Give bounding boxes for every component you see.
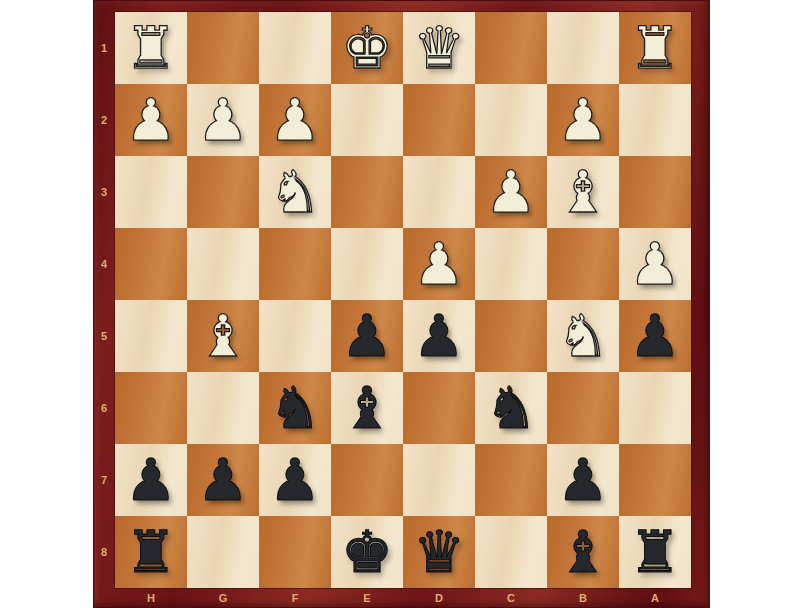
black-pawn[interactable]: ♟	[125, 451, 177, 509]
square-g1[interactable]	[187, 12, 259, 84]
file-label-e: E	[331, 588, 403, 608]
square-d3[interactable]	[403, 156, 475, 228]
square-d8[interactable]: ♛	[403, 516, 475, 588]
white-rook[interactable]: ♜	[629, 19, 681, 77]
square-f5[interactable]	[259, 300, 331, 372]
square-g3[interactable]	[187, 156, 259, 228]
black-queen[interactable]: ♛	[413, 523, 465, 581]
black-bishop[interactable]: ♝	[341, 379, 393, 437]
black-pawn[interactable]: ♟	[197, 451, 249, 509]
rank-label-3: 3	[93, 156, 115, 228]
square-c3[interactable]: ♟	[475, 156, 547, 228]
white-bishop[interactable]: ♝	[557, 163, 609, 221]
chess-board-frame: ♜♚♛♜♟♟♟♟♞♟♝♟♟♝♟♟♞♟♞♝♞♟♟♟♟♜♚♛♝♜ 12345678H…	[93, 0, 710, 608]
square-g8[interactable]	[187, 516, 259, 588]
square-a1[interactable]: ♜	[619, 12, 691, 84]
square-h3[interactable]	[115, 156, 187, 228]
square-f2[interactable]: ♟	[259, 84, 331, 156]
square-a5[interactable]: ♟	[619, 300, 691, 372]
square-f6[interactable]: ♞	[259, 372, 331, 444]
square-e6[interactable]: ♝	[331, 372, 403, 444]
square-a4[interactable]: ♟	[619, 228, 691, 300]
rank-label-5: 5	[93, 300, 115, 372]
rank-label-1: 1	[93, 12, 115, 84]
white-pawn[interactable]: ♟	[629, 235, 681, 293]
square-h7[interactable]: ♟	[115, 444, 187, 516]
square-c2[interactable]	[475, 84, 547, 156]
file-label-a: A	[619, 588, 691, 608]
square-a8[interactable]: ♜	[619, 516, 691, 588]
square-d1[interactable]: ♛	[403, 12, 475, 84]
square-h8[interactable]: ♜	[115, 516, 187, 588]
square-d7[interactable]	[403, 444, 475, 516]
square-b4[interactable]	[547, 228, 619, 300]
page-background: ♜♚♛♜♟♟♟♟♞♟♝♟♟♝♟♟♞♟♞♝♞♟♟♟♟♜♚♛♝♜ 12345678H…	[0, 0, 810, 608]
black-knight[interactable]: ♞	[269, 379, 321, 437]
square-f4[interactable]	[259, 228, 331, 300]
white-rook[interactable]: ♜	[125, 19, 177, 77]
square-h5[interactable]	[115, 300, 187, 372]
rank-label-7: 7	[93, 444, 115, 516]
black-king[interactable]: ♚	[341, 523, 393, 581]
white-pawn[interactable]: ♟	[557, 91, 609, 149]
square-g4[interactable]	[187, 228, 259, 300]
black-pawn[interactable]: ♟	[629, 307, 681, 365]
square-c1[interactable]	[475, 12, 547, 84]
square-f7[interactable]: ♟	[259, 444, 331, 516]
white-pawn[interactable]: ♟	[413, 235, 465, 293]
square-c7[interactable]	[475, 444, 547, 516]
square-d4[interactable]: ♟	[403, 228, 475, 300]
black-pawn[interactable]: ♟	[341, 307, 393, 365]
white-queen[interactable]: ♛	[413, 19, 465, 77]
rank-label-2: 2	[93, 84, 115, 156]
file-label-h: H	[115, 588, 187, 608]
square-g5[interactable]: ♝	[187, 300, 259, 372]
white-bishop[interactable]: ♝	[197, 307, 249, 365]
file-label-b: B	[547, 588, 619, 608]
chess-board: ♜♚♛♜♟♟♟♟♞♟♝♟♟♝♟♟♞♟♞♝♞♟♟♟♟♜♚♛♝♜	[115, 12, 691, 588]
square-a2[interactable]	[619, 84, 691, 156]
rank-label-8: 8	[93, 516, 115, 588]
square-e5[interactable]: ♟	[331, 300, 403, 372]
square-a7[interactable]	[619, 444, 691, 516]
square-h4[interactable]	[115, 228, 187, 300]
square-e3[interactable]	[331, 156, 403, 228]
white-pawn[interactable]: ♟	[125, 91, 177, 149]
file-label-d: D	[403, 588, 475, 608]
white-pawn[interactable]: ♟	[197, 91, 249, 149]
square-b7[interactable]: ♟	[547, 444, 619, 516]
square-b6[interactable]	[547, 372, 619, 444]
square-f8[interactable]	[259, 516, 331, 588]
white-pawn[interactable]: ♟	[269, 91, 321, 149]
square-f1[interactable]	[259, 12, 331, 84]
rank-label-4: 4	[93, 228, 115, 300]
black-pawn[interactable]: ♟	[413, 307, 465, 365]
white-king[interactable]: ♚	[341, 19, 393, 77]
square-c6[interactable]: ♞	[475, 372, 547, 444]
square-b3[interactable]: ♝	[547, 156, 619, 228]
file-label-c: C	[475, 588, 547, 608]
square-b5[interactable]: ♞	[547, 300, 619, 372]
square-b1[interactable]	[547, 12, 619, 84]
square-c5[interactable]	[475, 300, 547, 372]
square-b8[interactable]: ♝	[547, 516, 619, 588]
square-a3[interactable]	[619, 156, 691, 228]
square-h6[interactable]	[115, 372, 187, 444]
black-rook[interactable]: ♜	[629, 523, 681, 581]
white-pawn[interactable]: ♟	[485, 163, 537, 221]
square-f3[interactable]: ♞	[259, 156, 331, 228]
square-e4[interactable]	[331, 228, 403, 300]
file-label-f: F	[259, 588, 331, 608]
square-d5[interactable]: ♟	[403, 300, 475, 372]
square-e7[interactable]	[331, 444, 403, 516]
square-g6[interactable]	[187, 372, 259, 444]
square-e1[interactable]: ♚	[331, 12, 403, 84]
square-e8[interactable]: ♚	[331, 516, 403, 588]
black-rook[interactable]: ♜	[125, 523, 177, 581]
file-label-g: G	[187, 588, 259, 608]
black-pawn[interactable]: ♟	[269, 451, 321, 509]
square-c8[interactable]	[475, 516, 547, 588]
black-bishop[interactable]: ♝	[557, 523, 609, 581]
square-a6[interactable]	[619, 372, 691, 444]
rank-label-6: 6	[93, 372, 115, 444]
square-d2[interactable]	[403, 84, 475, 156]
square-g2[interactable]: ♟	[187, 84, 259, 156]
square-e2[interactable]	[331, 84, 403, 156]
white-knight[interactable]: ♞	[269, 163, 321, 221]
square-d6[interactable]	[403, 372, 475, 444]
black-pawn[interactable]: ♟	[557, 451, 609, 509]
square-c4[interactable]	[475, 228, 547, 300]
square-h1[interactable]: ♜	[115, 12, 187, 84]
black-knight[interactable]: ♞	[485, 379, 537, 437]
square-h2[interactable]: ♟	[115, 84, 187, 156]
white-knight[interactable]: ♞	[557, 307, 609, 365]
square-b2[interactable]: ♟	[547, 84, 619, 156]
square-g7[interactable]: ♟	[187, 444, 259, 516]
